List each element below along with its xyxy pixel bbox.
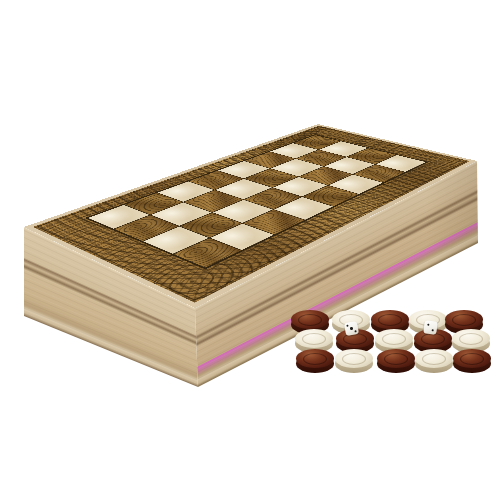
- board-cell-light: [210, 223, 274, 250]
- die-pip: [350, 327, 353, 330]
- board-cell-light: [213, 200, 272, 223]
- board-cell-dark: [244, 169, 297, 188]
- board-cell-dark: [245, 152, 295, 168]
- checker-ring: [422, 353, 446, 365]
- board-cell-dark: [243, 210, 304, 235]
- board-cell-dark: [244, 188, 301, 209]
- checker-ring: [378, 314, 402, 326]
- board-cell-light: [274, 197, 333, 220]
- checker-ring: [384, 353, 408, 365]
- product-photo-stage: [0, 0, 500, 500]
- die-pip: [354, 330, 357, 333]
- board-cell-dark: [347, 148, 396, 164]
- board-cell-light: [272, 177, 327, 197]
- board-cell-dark: [124, 193, 183, 215]
- checker-dark: [377, 349, 415, 373]
- board-cell-light: [88, 205, 149, 229]
- board-cell-dark: [189, 171, 243, 190]
- die: [423, 320, 437, 334]
- board-cell-light: [158, 181, 214, 201]
- checker-ring: [342, 353, 366, 365]
- checker-ring: [382, 333, 406, 345]
- board-cell-light: [216, 179, 271, 199]
- board-cell-dark: [353, 164, 405, 182]
- board-cell-light: [271, 159, 322, 176]
- checker-ring: [459, 333, 483, 345]
- board-cell-dark: [184, 190, 242, 212]
- board-cell-light: [151, 202, 211, 225]
- checker-light: [415, 349, 453, 373]
- checker-ring: [302, 333, 326, 345]
- checker-dark: [296, 349, 334, 373]
- board-cell-light: [270, 143, 318, 158]
- board-cell-dark: [294, 135, 341, 149]
- board-cell-dark: [179, 213, 241, 238]
- board-cell-light: [320, 141, 368, 156]
- checker-light: [335, 349, 373, 373]
- board-cell-light: [143, 226, 208, 253]
- board-cell-dark: [299, 167, 352, 185]
- board-cell-dark: [302, 185, 358, 206]
- die: [344, 321, 359, 336]
- board-cell-dark: [115, 215, 178, 240]
- checker-dark: [453, 349, 491, 373]
- board-cell-dark: [296, 150, 345, 166]
- checker-ring: [452, 314, 476, 326]
- board-cell-light: [218, 161, 270, 179]
- board-cell-light: [329, 175, 383, 194]
- checker-ring: [303, 353, 327, 365]
- board-cell-dark: [173, 238, 240, 267]
- die-pip: [427, 323, 430, 326]
- die-pip: [346, 324, 349, 327]
- checker-ring: [298, 314, 322, 326]
- die-pip: [431, 329, 434, 332]
- board-cell-light: [376, 155, 426, 172]
- checker-ring: [460, 353, 484, 365]
- board-cell-light: [324, 157, 375, 174]
